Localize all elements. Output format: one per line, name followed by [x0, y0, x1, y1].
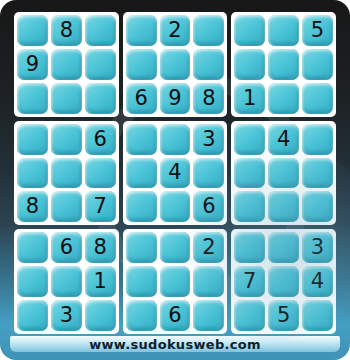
cell-r7c2[interactable]: 6	[51, 232, 82, 263]
sudoku-app: 8926985168734646813263745 www.sudokusweb…	[0, 0, 350, 360]
cell-r3c6[interactable]: 8	[193, 83, 224, 114]
cell-r2c9[interactable]	[302, 49, 333, 80]
cell-r8c1[interactable]	[17, 266, 48, 297]
cell-r1c8[interactable]	[268, 15, 299, 46]
cell-r6c9[interactable]	[302, 191, 333, 222]
cell-r6c4[interactable]	[126, 191, 157, 222]
box-r1c3: 51	[231, 12, 336, 117]
cell-r1c3[interactable]	[85, 15, 116, 46]
cell-r2c5[interactable]	[160, 49, 191, 80]
cell-r9c7[interactable]	[234, 300, 265, 331]
cell-value: 5	[277, 305, 290, 326]
cell-r5c5[interactable]: 4	[160, 158, 191, 189]
cell-r4c4[interactable]	[126, 124, 157, 155]
cell-r8c4[interactable]	[126, 266, 157, 297]
cell-value: 4	[311, 271, 324, 292]
cell-value: 2	[202, 237, 215, 258]
cell-r1c2[interactable]: 8	[51, 15, 82, 46]
box-r2c3: 4	[231, 121, 336, 226]
cell-r5c6[interactable]	[193, 158, 224, 189]
cell-r2c7[interactable]	[234, 49, 265, 80]
box-r3c3: 3745	[231, 229, 336, 334]
cell-value: 7	[243, 271, 256, 292]
cell-value: 1	[243, 88, 256, 109]
box-r3c1: 6813	[14, 229, 119, 334]
cell-value: 6	[168, 305, 181, 326]
cell-r3c9[interactable]	[302, 83, 333, 114]
cell-r7c9[interactable]: 3	[302, 232, 333, 263]
cell-r7c6[interactable]: 2	[193, 232, 224, 263]
cell-r8c6[interactable]	[193, 266, 224, 297]
cell-r1c1[interactable]	[17, 15, 48, 46]
cell-r2c1[interactable]: 9	[17, 49, 48, 80]
cell-r2c2[interactable]	[51, 49, 82, 80]
cell-value: 3	[202, 129, 215, 150]
cell-value: 8	[94, 237, 107, 258]
cell-r7c4[interactable]	[126, 232, 157, 263]
cell-value: 6	[60, 237, 73, 258]
cell-r5c3[interactable]	[85, 158, 116, 189]
cell-value: 8	[26, 196, 39, 217]
cell-r3c5[interactable]: 9	[160, 83, 191, 114]
box-r2c2: 346	[123, 121, 228, 226]
cell-r5c9[interactable]	[302, 158, 333, 189]
cell-r8c3[interactable]: 1	[85, 266, 116, 297]
cell-value: 9	[26, 54, 39, 75]
cell-r4c5[interactable]	[160, 124, 191, 155]
box-r3c2: 26	[123, 229, 228, 334]
cell-r5c7[interactable]	[234, 158, 265, 189]
cell-value: 7	[94, 196, 107, 217]
cell-r4c2[interactable]	[51, 124, 82, 155]
cell-value: 2	[168, 20, 181, 41]
cell-value: 6	[94, 129, 107, 150]
cell-r2c4[interactable]	[126, 49, 157, 80]
cell-r6c6[interactable]: 6	[193, 191, 224, 222]
cell-r8c9[interactable]: 4	[302, 266, 333, 297]
box-r1c2: 2698	[123, 12, 228, 117]
cell-r3c1[interactable]	[17, 83, 48, 114]
box-r2c1: 687	[14, 121, 119, 226]
cell-r9c3[interactable]	[85, 300, 116, 331]
cell-r6c8[interactable]	[268, 191, 299, 222]
footer-band: www.sudokusweb.com	[10, 336, 340, 352]
cell-r4c7[interactable]	[234, 124, 265, 155]
cell-r4c9[interactable]	[302, 124, 333, 155]
cell-r4c8[interactable]: 4	[268, 124, 299, 155]
cell-r4c3[interactable]: 6	[85, 124, 116, 155]
cell-r8c5[interactable]	[160, 266, 191, 297]
cell-r1c4[interactable]	[126, 15, 157, 46]
cell-r8c7[interactable]: 7	[234, 266, 265, 297]
cell-value: 6	[202, 196, 215, 217]
cell-r1c6[interactable]	[193, 15, 224, 46]
cell-r9c4[interactable]	[126, 300, 157, 331]
sudoku-board: 8926985168734646813263745	[14, 12, 336, 334]
cell-r1c7[interactable]	[234, 15, 265, 46]
cell-value: 9	[168, 88, 181, 109]
cell-r9c1[interactable]	[17, 300, 48, 331]
cell-r3c8[interactable]	[268, 83, 299, 114]
cell-r6c2[interactable]	[51, 191, 82, 222]
cell-r7c1[interactable]	[17, 232, 48, 263]
cell-r4c1[interactable]	[17, 124, 48, 155]
cell-r5c8[interactable]	[268, 158, 299, 189]
cell-r1c5[interactable]: 2	[160, 15, 191, 46]
cell-r2c8[interactable]	[268, 49, 299, 80]
cell-r8c2[interactable]	[51, 266, 82, 297]
cell-r7c3[interactable]: 8	[85, 232, 116, 263]
cell-value: 8	[60, 20, 73, 41]
cell-value: 3	[60, 305, 73, 326]
cell-r3c4[interactable]: 6	[126, 83, 157, 114]
cell-r6c1[interactable]: 8	[17, 191, 48, 222]
cell-r7c7[interactable]	[234, 232, 265, 263]
cell-r3c7[interactable]: 1	[234, 83, 265, 114]
cell-r9c6[interactable]	[193, 300, 224, 331]
cell-value: 6	[134, 88, 147, 109]
cell-r6c3[interactable]: 7	[85, 191, 116, 222]
cell-value: 4	[277, 129, 290, 150]
board-frame: 8926985168734646813263745 www.sudokusweb…	[0, 0, 350, 360]
cell-r1c9[interactable]: 5	[302, 15, 333, 46]
cell-value: 1	[94, 271, 107, 292]
cell-r2c3[interactable]	[85, 49, 116, 80]
cell-r9c5[interactable]: 6	[160, 300, 191, 331]
cell-r4c6[interactable]: 3	[193, 124, 224, 155]
cell-r9c2[interactable]: 3	[51, 300, 82, 331]
cell-r2c6[interactable]	[193, 49, 224, 80]
website-url[interactable]: www.sudokusweb.com	[89, 337, 261, 352]
cell-r5c4[interactable]	[126, 158, 157, 189]
cell-r6c7[interactable]	[234, 191, 265, 222]
cell-value: 8	[202, 88, 215, 109]
cell-r5c2[interactable]	[51, 158, 82, 189]
cell-r6c5[interactable]	[160, 191, 191, 222]
cell-r9c8[interactable]: 5	[268, 300, 299, 331]
cell-r3c2[interactable]	[51, 83, 82, 114]
cell-r5c1[interactable]	[17, 158, 48, 189]
cell-r3c3[interactable]	[85, 83, 116, 114]
cell-r8c8[interactable]	[268, 266, 299, 297]
cell-r7c5[interactable]	[160, 232, 191, 263]
box-r1c1: 89	[14, 12, 119, 117]
cell-value: 4	[168, 162, 181, 183]
cell-value: 3	[311, 237, 324, 258]
cell-r7c8[interactable]	[268, 232, 299, 263]
cell-r9c9[interactable]	[302, 300, 333, 331]
cell-value: 5	[311, 20, 324, 41]
